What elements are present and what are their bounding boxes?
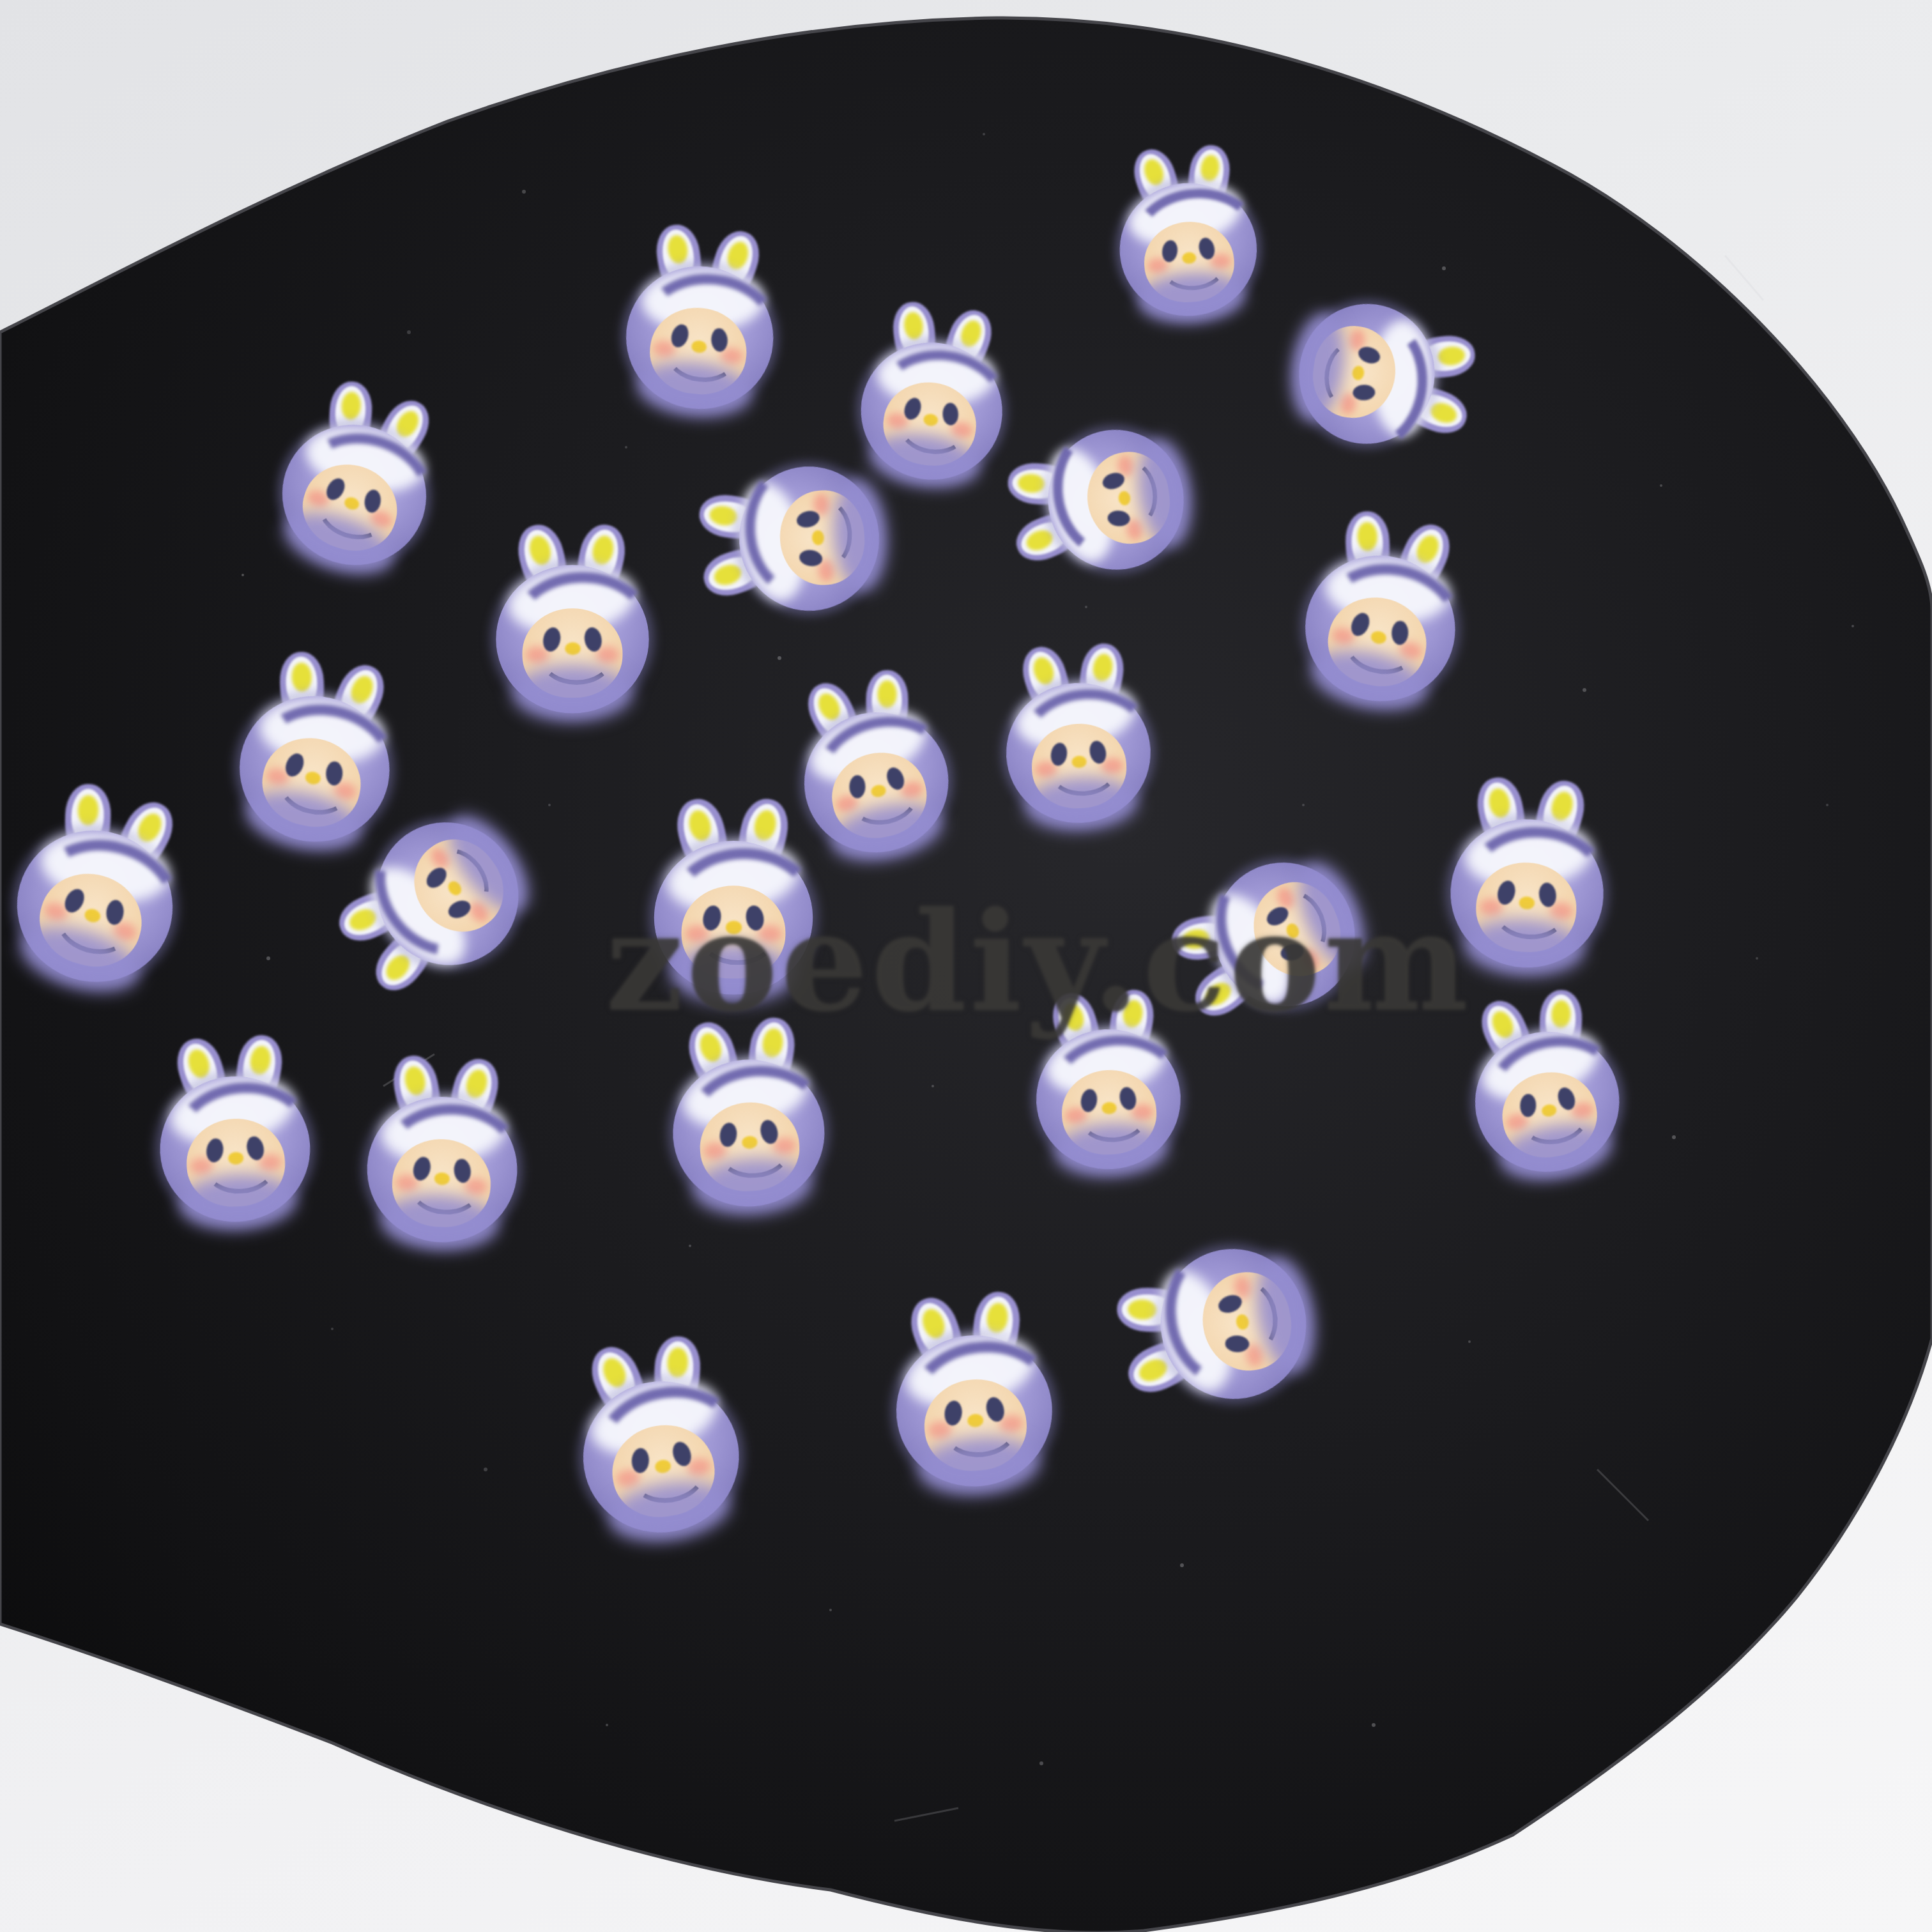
charm-24 [885,1287,1060,1497]
charm-head [496,565,649,713]
charm-9 [1289,502,1478,719]
charm-3 [1112,142,1263,324]
charm-head [572,1370,750,1544]
charm-4 [1286,293,1481,459]
charm-head [734,462,884,616]
charm-head [890,1329,1059,1493]
charm-7 [696,460,887,619]
charm-19 [362,1053,524,1250]
charm-12 [224,643,413,860]
charm-head [1115,178,1262,321]
product-photo: zoediy.com [0,0,1932,1932]
charm-8 [1002,419,1197,585]
charm-head [1002,679,1154,827]
charm-10 [999,641,1156,831]
watermark-text: zoediy.com [606,893,1471,1030]
ear-yellow-dot [878,680,897,709]
charm-13 [0,772,203,1004]
chin-fuzz [512,665,633,722]
charm-head [364,1093,521,1246]
charm-23 [1109,1236,1322,1419]
charm-1 [617,220,786,420]
charm-22 [1456,983,1632,1188]
charm-18 [153,1032,315,1230]
charm-20 [664,1014,831,1215]
charm-head [619,259,781,416]
charm-head [1039,421,1193,579]
charm-head [1032,1025,1184,1173]
charm-head [1290,295,1444,453]
charm-head [668,1054,830,1211]
charm-head [157,1073,314,1226]
charm-25 [564,1329,751,1548]
charm-6 [494,525,650,717]
charm-5 [261,369,457,588]
